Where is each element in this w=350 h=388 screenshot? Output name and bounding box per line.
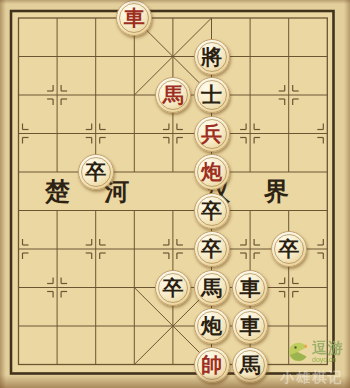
piece-glyph: 炮 bbox=[195, 155, 229, 189]
piece-black-cannon[interactable]: 炮 bbox=[194, 308, 230, 344]
piece-glyph: 車 bbox=[233, 271, 267, 305]
piece-glyph: 卒 bbox=[195, 232, 229, 266]
piece-black-soldier[interactable]: 卒 bbox=[155, 270, 191, 306]
piece-glyph: 將 bbox=[195, 40, 229, 74]
pacman-icon bbox=[287, 341, 309, 363]
piece-black-soldier[interactable]: 卒 bbox=[78, 154, 114, 190]
piece-black-soldier[interactable]: 卒 bbox=[194, 231, 230, 267]
piece-black-horse[interactable]: 馬 bbox=[232, 347, 268, 383]
piece-glyph: 士 bbox=[195, 78, 229, 112]
piece-black-chariot[interactable]: 車 bbox=[232, 270, 268, 306]
piece-black-horse[interactable]: 馬 bbox=[194, 270, 230, 306]
piece-red-chariot[interactable]: 車 bbox=[116, 0, 152, 36]
piece-black-advisor[interactable]: 士 bbox=[194, 77, 230, 113]
piece-black-chariot[interactable]: 車 bbox=[232, 308, 268, 344]
watermark-brand-text: 逗游 bbox=[312, 341, 344, 356]
piece-glyph: 車 bbox=[117, 1, 151, 35]
piece-glyph: 兵 bbox=[195, 117, 229, 151]
faint-watermark-text: 小雄棋记 bbox=[280, 369, 344, 387]
piece-glyph: 卒 bbox=[156, 271, 190, 305]
piece-glyph: 卒 bbox=[272, 232, 306, 266]
piece-glyph: 車 bbox=[233, 309, 267, 343]
piece-glyph: 卒 bbox=[195, 194, 229, 228]
piece-black-soldier[interactable]: 卒 bbox=[271, 231, 307, 267]
piece-glyph: 馬 bbox=[233, 348, 267, 382]
piece-glyph: 馬 bbox=[195, 271, 229, 305]
piece-glyph: 馬 bbox=[156, 78, 190, 112]
doyo-watermark: 逗游 doyo.cn bbox=[287, 341, 344, 363]
piece-black-soldier[interactable]: 卒 bbox=[194, 193, 230, 229]
piece-glyph: 炮 bbox=[195, 309, 229, 343]
piece-glyph: 卒 bbox=[79, 155, 113, 189]
piece-red-horse[interactable]: 馬 bbox=[155, 77, 191, 113]
piece-red-soldier[interactable]: 兵 bbox=[194, 116, 230, 152]
watermark-domain-text: doyo.cn bbox=[312, 356, 344, 363]
piece-glyph: 帥 bbox=[195, 348, 229, 382]
xiangqi-game-screen: 楚河 汉界 車將馬士兵卒炮卒卒卒卒馬車炮車帥馬 逗游 doyo.cn 小雄棋记 bbox=[0, 0, 350, 388]
piece-red-cannon[interactable]: 炮 bbox=[194, 154, 230, 190]
piece-black-general[interactable]: 將 bbox=[194, 39, 230, 75]
piece-red-general[interactable]: 帥 bbox=[194, 347, 230, 383]
